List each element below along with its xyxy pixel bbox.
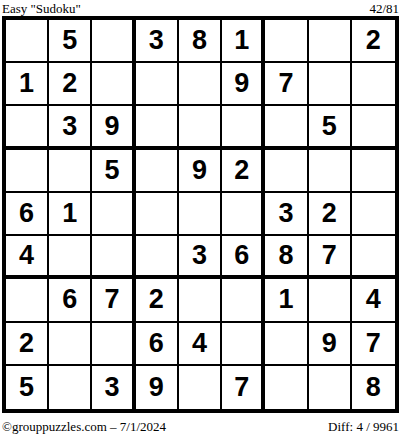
cell-r1c6[interactable]: 1: [222, 20, 265, 63]
cell-r7c6[interactable]: [222, 279, 265, 322]
cell-r1c7[interactable]: [265, 20, 308, 63]
cell-r9c4[interactable]: 9: [136, 366, 179, 409]
cell-r2c3[interactable]: [92, 63, 135, 106]
cell-r3c4[interactable]: [136, 106, 179, 149]
cell-r6c1[interactable]: 4: [6, 236, 49, 279]
cell-r2c5[interactable]: [179, 63, 222, 106]
cell-r3c2[interactable]: 3: [49, 106, 92, 149]
cell-r3c1[interactable]: [6, 106, 49, 149]
cell-r4c4[interactable]: [136, 150, 179, 193]
cell-r5c8[interactable]: 2: [309, 193, 352, 236]
cell-r7c8[interactable]: [309, 279, 352, 322]
cell-r6c8[interactable]: 7: [309, 236, 352, 279]
sudoku-grid: 538121297395592613243687672142649753978: [2, 16, 399, 413]
cell-r7c3[interactable]: 7: [92, 279, 135, 322]
cell-r1c3[interactable]: [92, 20, 135, 63]
puzzle-title: Easy "Sudoku": [2, 2, 81, 15]
cell-r4c9[interactable]: [352, 150, 395, 193]
cell-r3c9[interactable]: [352, 106, 395, 149]
cell-r4c2[interactable]: [49, 150, 92, 193]
footer-difficulty: Diff: 4 / 9961: [328, 420, 399, 434]
cell-r9c7[interactable]: [265, 366, 308, 409]
cell-r9c8[interactable]: [309, 366, 352, 409]
footer-credit: ©grouppuzzles.com – 7/1/2024: [2, 420, 166, 434]
cell-r8c1[interactable]: 2: [6, 323, 49, 366]
cell-r8c5[interactable]: 4: [179, 323, 222, 366]
cell-r1c5[interactable]: 8: [179, 20, 222, 63]
cell-r2c6[interactable]: 9: [222, 63, 265, 106]
cell-r5c5[interactable]: [179, 193, 222, 236]
cell-r1c9[interactable]: 2: [352, 20, 395, 63]
cell-r6c7[interactable]: 8: [265, 236, 308, 279]
cell-r5c9[interactable]: [352, 193, 395, 236]
cell-r6c3[interactable]: [92, 236, 135, 279]
cell-r6c6[interactable]: 6: [222, 236, 265, 279]
cell-r4c7[interactable]: [265, 150, 308, 193]
cell-r2c2[interactable]: 2: [49, 63, 92, 106]
cell-r8c9[interactable]: 7: [352, 323, 395, 366]
cell-r8c2[interactable]: [49, 323, 92, 366]
cell-r4c8[interactable]: [309, 150, 352, 193]
cell-r4c1[interactable]: [6, 150, 49, 193]
cell-r2c7[interactable]: 7: [265, 63, 308, 106]
cell-r7c1[interactable]: [6, 279, 49, 322]
cell-r4c5[interactable]: 9: [179, 150, 222, 193]
page-header: Easy "Sudoku" 42/81: [0, 0, 402, 16]
cell-r9c1[interactable]: 5: [6, 366, 49, 409]
cell-r6c9[interactable]: [352, 236, 395, 279]
cell-r3c5[interactable]: [179, 106, 222, 149]
cell-r8c7[interactable]: [265, 323, 308, 366]
cell-r5c7[interactable]: 3: [265, 193, 308, 236]
cell-r3c7[interactable]: [265, 106, 308, 149]
cell-r3c6[interactable]: [222, 106, 265, 149]
cell-r3c8[interactable]: 5: [309, 106, 352, 149]
cell-r3c3[interactable]: 9: [92, 106, 135, 149]
page-footer: ©grouppuzzles.com – 7/1/2024 Diff: 4 / 9…: [0, 420, 402, 434]
cell-r8c3[interactable]: [92, 323, 135, 366]
cell-r6c5[interactable]: 3: [179, 236, 222, 279]
cell-r7c7[interactable]: 1: [265, 279, 308, 322]
cell-r2c9[interactable]: [352, 63, 395, 106]
page: { "game": "sudoku", "position": ".5.381.…: [0, 0, 402, 437]
cell-r2c1[interactable]: 1: [6, 63, 49, 106]
cell-r5c6[interactable]: [222, 193, 265, 236]
cell-r1c4[interactable]: 3: [136, 20, 179, 63]
cell-r8c4[interactable]: 6: [136, 323, 179, 366]
cell-r5c4[interactable]: [136, 193, 179, 236]
cell-r9c9[interactable]: 8: [352, 366, 395, 409]
cell-r7c5[interactable]: [179, 279, 222, 322]
cell-r6c2[interactable]: [49, 236, 92, 279]
cell-r4c3[interactable]: 5: [92, 150, 135, 193]
cell-r8c6[interactable]: [222, 323, 265, 366]
cell-r7c2[interactable]: 6: [49, 279, 92, 322]
cell-r1c2[interactable]: 5: [49, 20, 92, 63]
cell-r7c9[interactable]: 4: [352, 279, 395, 322]
cell-r7c4[interactable]: 2: [136, 279, 179, 322]
cell-r8c8[interactable]: 9: [309, 323, 352, 366]
cell-r2c4[interactable]: [136, 63, 179, 106]
puzzle-counter: 42/81: [369, 2, 399, 15]
cell-r9c2[interactable]: [49, 366, 92, 409]
cell-r5c2[interactable]: 1: [49, 193, 92, 236]
cell-r1c1[interactable]: [6, 20, 49, 63]
cell-r9c5[interactable]: [179, 366, 222, 409]
cell-r2c8[interactable]: [309, 63, 352, 106]
cell-r5c3[interactable]: [92, 193, 135, 236]
cell-r5c1[interactable]: 6: [6, 193, 49, 236]
cell-r4c6[interactable]: 2: [222, 150, 265, 193]
cell-r9c6[interactable]: 7: [222, 366, 265, 409]
cell-r1c8[interactable]: [309, 20, 352, 63]
cell-r9c3[interactable]: 3: [92, 366, 135, 409]
cell-r6c4[interactable]: [136, 236, 179, 279]
